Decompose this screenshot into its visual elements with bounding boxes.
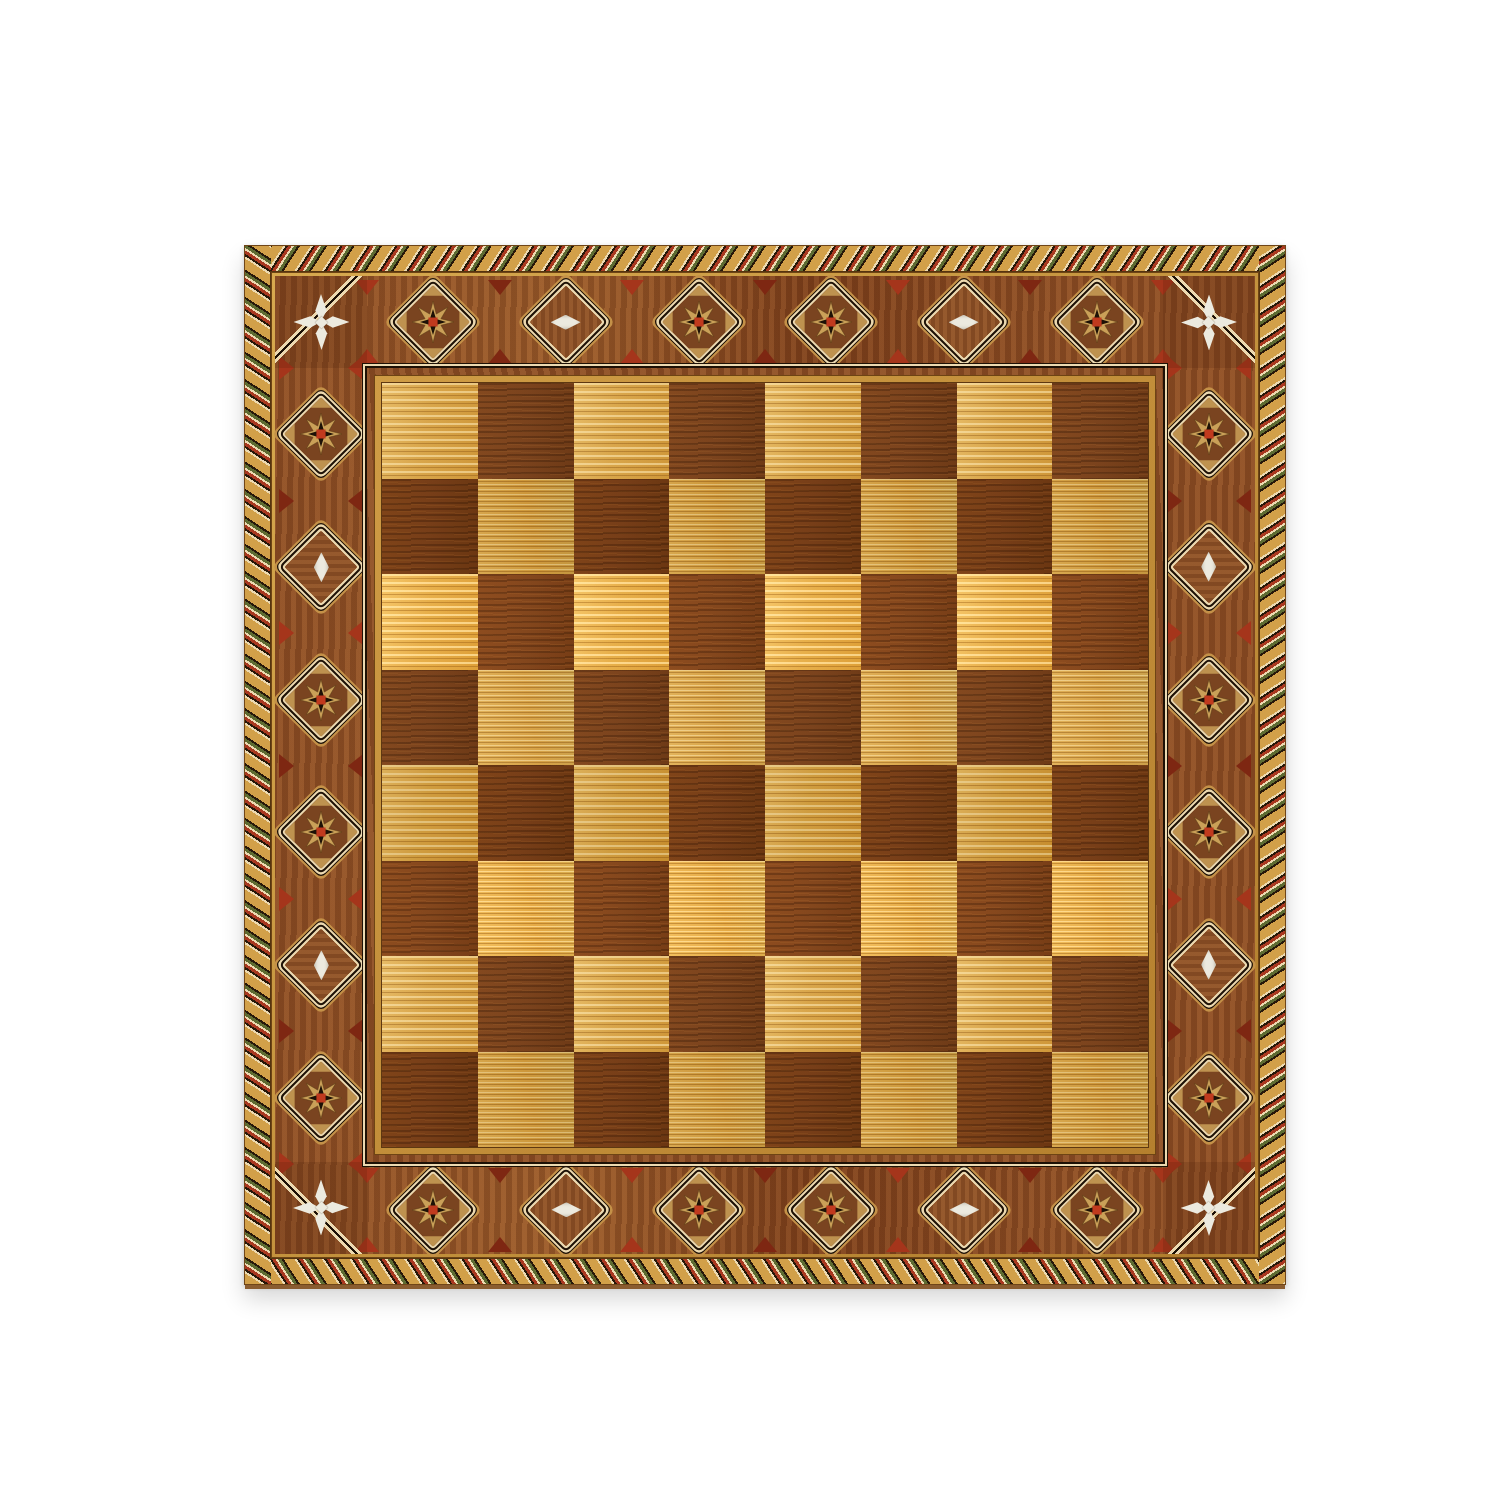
mother-of-pearl-pinwheel: [1183, 1182, 1235, 1234]
star-medallion: [397, 1173, 471, 1247]
square-a7[interactable]: [382, 479, 478, 575]
red-triangle-accent: [620, 280, 644, 295]
border-cell: [765, 1164, 898, 1256]
border-cell: [1163, 766, 1255, 899]
square-c4[interactable]: [574, 765, 670, 861]
star-medallion: [284, 1061, 358, 1135]
border-cell: [1030, 276, 1163, 368]
corner-pinwheel-motif-bl: [275, 1162, 367, 1254]
square-h4[interactable]: [1052, 765, 1148, 861]
mop-diamond-medallion: [1172, 928, 1246, 1002]
border-cell: [275, 899, 367, 1032]
mother-of-pearl-diamond: [1202, 552, 1217, 582]
border-cell: [275, 633, 367, 766]
star-medallion: [284, 398, 358, 472]
border-cell: [1163, 899, 1255, 1032]
square-d7[interactable]: [669, 479, 765, 575]
border-cell: [898, 276, 1031, 368]
square-e1[interactable]: [765, 1052, 861, 1148]
star-medallion: [795, 285, 869, 359]
mop-center-square: [1203, 316, 1216, 329]
border-cell: [632, 1164, 765, 1256]
square-a3[interactable]: [382, 861, 478, 957]
square-g1[interactable]: [957, 1052, 1053, 1148]
square-h6[interactable]: [1052, 574, 1148, 670]
mother-of-pearl-diamond: [949, 315, 979, 330]
square-h5[interactable]: [1052, 670, 1148, 766]
square-a1[interactable]: [382, 1052, 478, 1148]
red-triangle-accent: [279, 754, 294, 778]
star-medallion: [1172, 1061, 1246, 1135]
red-triangle-accent: [1018, 349, 1042, 364]
mother-of-pearl-pinwheel: [295, 296, 347, 348]
border-strip-left: [275, 368, 367, 1164]
star-medallion: [662, 285, 736, 359]
mother-of-pearl-diamond: [551, 1203, 581, 1218]
mother-of-pearl-diamond: [551, 315, 581, 330]
square-g3[interactable]: [957, 861, 1053, 957]
mop-diamond-medallion: [927, 285, 1001, 359]
square-f2[interactable]: [861, 956, 957, 1052]
red-triangle-accent: [348, 1019, 363, 1043]
square-g4[interactable]: [957, 765, 1053, 861]
square-d4[interactable]: [669, 765, 765, 861]
ribbon-border-left: [245, 246, 271, 1284]
square-d8[interactable]: [669, 383, 765, 479]
playfield: [382, 383, 1148, 1147]
border-cell: [898, 1164, 1031, 1256]
square-e7[interactable]: [765, 479, 861, 575]
square-c5[interactable]: [574, 670, 670, 766]
border-cell: [367, 276, 500, 368]
star-medallion: [284, 796, 358, 870]
square-h7[interactable]: [1052, 479, 1148, 575]
square-c1[interactable]: [574, 1052, 670, 1148]
mother-of-pearl-diamond: [1202, 950, 1217, 980]
square-d2[interactable]: [669, 956, 765, 1052]
red-triangle-accent: [753, 280, 777, 295]
border-cell: [1163, 368, 1255, 501]
red-triangle-accent: [488, 349, 512, 364]
mop-diamond-medallion: [1172, 530, 1246, 604]
square-b4[interactable]: [478, 765, 574, 861]
mop-diamond-medallion: [284, 928, 358, 1002]
square-d6[interactable]: [669, 574, 765, 670]
square-d1[interactable]: [669, 1052, 765, 1148]
square-e3[interactable]: [765, 861, 861, 957]
red-triangle-accent: [279, 887, 294, 911]
red-triangle-accent: [886, 1237, 910, 1252]
square-a4[interactable]: [382, 765, 478, 861]
border-cell: [500, 1164, 633, 1256]
corner-pinwheel-motif-tr: [1163, 276, 1255, 368]
ribbon-border-right: [1259, 246, 1285, 1284]
square-b6[interactable]: [478, 574, 574, 670]
red-triangle-accent: [1167, 489, 1182, 513]
mother-of-pearl-diamond: [949, 1203, 979, 1218]
red-triangle-accent: [488, 1237, 512, 1252]
square-b1[interactable]: [478, 1052, 574, 1148]
red-triangle-accent: [886, 1168, 910, 1183]
square-e8[interactable]: [765, 383, 861, 479]
red-triangle-accent: [279, 621, 294, 645]
ribbon-border-top: [245, 246, 1285, 272]
red-triangle-accent: [1018, 280, 1042, 295]
red-triangle-accent: [753, 1237, 777, 1252]
square-c6[interactable]: [574, 574, 670, 670]
red-triangle-accent: [1236, 887, 1251, 911]
border-cell: [275, 766, 367, 899]
square-c2[interactable]: [574, 956, 670, 1052]
red-triangle-accent: [886, 280, 910, 295]
red-triangle-accent: [348, 887, 363, 911]
red-triangle-accent: [279, 489, 294, 513]
mop-diamond-medallion: [284, 530, 358, 604]
star-medallion: [397, 285, 471, 359]
square-c7[interactable]: [574, 479, 670, 575]
square-a2[interactable]: [382, 956, 478, 1052]
square-g8[interactable]: [957, 383, 1053, 479]
red-triangle-accent: [348, 754, 363, 778]
star-medallion: [795, 1173, 869, 1247]
mop-diamond-medallion: [927, 1173, 1001, 1247]
border-cell: [765, 276, 898, 368]
red-triangle-accent: [1236, 1019, 1251, 1043]
square-f3[interactable]: [861, 861, 957, 957]
mop-center-square: [315, 1202, 328, 1215]
red-triangle-accent: [886, 349, 910, 364]
square-h1[interactable]: [1052, 1052, 1148, 1148]
square-a6[interactable]: [382, 574, 478, 670]
border-cell: [1163, 633, 1255, 766]
red-triangle-accent: [620, 1168, 644, 1183]
mother-of-pearl-diamond: [314, 552, 329, 582]
square-e5[interactable]: [765, 670, 861, 766]
square-h8[interactable]: [1052, 383, 1148, 479]
square-c3[interactable]: [574, 861, 670, 957]
red-triangle-accent: [1167, 754, 1182, 778]
square-g6[interactable]: [957, 574, 1053, 670]
square-b3[interactable]: [478, 861, 574, 957]
mop-diamond-medallion: [529, 1173, 603, 1247]
square-d5[interactable]: [669, 670, 765, 766]
red-triangle-accent: [1018, 1168, 1042, 1183]
square-e4[interactable]: [765, 765, 861, 861]
mother-of-pearl-pinwheel: [295, 1182, 347, 1234]
corner-pinwheel-motif-tl: [275, 276, 367, 368]
mop-center-square: [315, 316, 328, 329]
square-b7[interactable]: [478, 479, 574, 575]
square-b2[interactable]: [478, 956, 574, 1052]
border-cell: [275, 501, 367, 634]
square-g2[interactable]: [957, 956, 1053, 1052]
red-triangle-accent: [620, 349, 644, 364]
red-triangle-accent: [620, 1237, 644, 1252]
mother-of-pearl-diamond: [314, 950, 329, 980]
border-cell: [632, 276, 765, 368]
border-cell: [367, 1164, 500, 1256]
red-triangle-accent: [1167, 887, 1182, 911]
square-g7[interactable]: [957, 479, 1053, 575]
red-triangle-accent: [279, 1019, 294, 1043]
border-cell: [275, 368, 367, 501]
square-h2[interactable]: [1052, 956, 1148, 1052]
red-triangle-accent: [488, 1168, 512, 1183]
square-f7[interactable]: [861, 479, 957, 575]
chess-board: [244, 245, 1286, 1285]
square-c8[interactable]: [574, 383, 670, 479]
red-triangle-accent: [1167, 1019, 1182, 1043]
square-g5[interactable]: [957, 670, 1053, 766]
border-strip-bottom: [367, 1164, 1163, 1256]
square-b5[interactable]: [478, 670, 574, 766]
ribbon-border-bottom: [245, 1258, 1285, 1284]
mop-diamond-medallion: [529, 285, 603, 359]
square-f1[interactable]: [861, 1052, 957, 1148]
square-f4[interactable]: [861, 765, 957, 861]
red-triangle-accent: [348, 621, 363, 645]
red-triangle-accent: [348, 489, 363, 513]
square-a8[interactable]: [382, 383, 478, 479]
border-strip-top: [367, 276, 1163, 368]
star-medallion: [1172, 398, 1246, 472]
star-medallion: [1060, 285, 1134, 359]
red-triangle-accent: [1018, 1237, 1042, 1252]
red-triangle-accent: [1236, 621, 1251, 645]
red-triangle-accent: [1236, 489, 1251, 513]
border-cell: [275, 1031, 367, 1164]
square-b8[interactable]: [478, 383, 574, 479]
corner-pinwheel-motif-br: [1163, 1162, 1255, 1254]
red-triangle-accent: [1167, 621, 1182, 645]
square-f6[interactable]: [861, 574, 957, 670]
square-e6[interactable]: [765, 574, 861, 670]
border-cell: [1163, 501, 1255, 634]
red-triangle-accent: [753, 349, 777, 364]
border-strip-right: [1163, 368, 1255, 1164]
mother-of-pearl-pinwheel: [1183, 296, 1235, 348]
border-cell: [500, 276, 633, 368]
star-medallion: [1060, 1173, 1134, 1247]
square-f5[interactable]: [861, 670, 957, 766]
star-medallion: [1172, 796, 1246, 870]
square-a5[interactable]: [382, 670, 478, 766]
square-h3[interactable]: [1052, 861, 1148, 957]
mop-center-square: [1203, 1202, 1216, 1215]
star-medallion: [284, 663, 358, 737]
square-e2[interactable]: [765, 956, 861, 1052]
border-cell: [1163, 1031, 1255, 1164]
red-triangle-accent: [753, 1168, 777, 1183]
photo-background: [0, 0, 1500, 1500]
border-cell: [1030, 1164, 1163, 1256]
square-f8[interactable]: [861, 383, 957, 479]
star-medallion: [662, 1173, 736, 1247]
square-d3[interactable]: [669, 861, 765, 957]
red-triangle-accent: [1236, 754, 1251, 778]
star-medallion: [1172, 663, 1246, 737]
red-triangle-accent: [488, 280, 512, 295]
